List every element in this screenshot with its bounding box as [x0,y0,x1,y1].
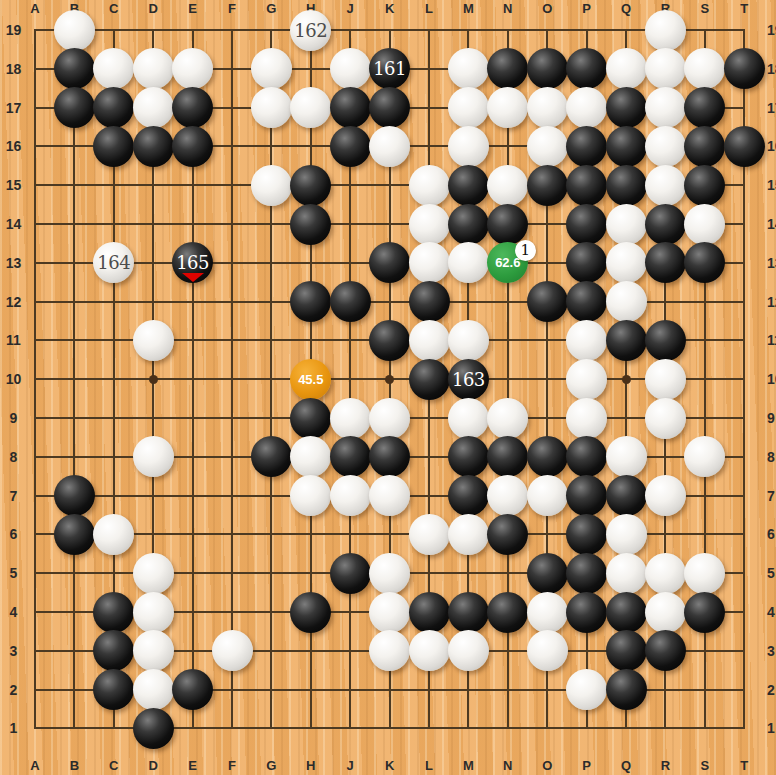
coord-label-top: J [340,1,360,16]
move-number-label: 161 [373,58,406,79]
coord-label-right: 4 [767,604,776,620]
coord-label-top: E [183,1,203,16]
stone-black[interactable] [566,592,607,633]
coord-label-bottom: S [695,758,715,773]
stone-black[interactable] [566,281,607,322]
stone-black[interactable] [290,204,331,245]
stone-white[interactable] [645,592,686,633]
stone-black[interactable] [369,436,410,477]
stone-black[interactable] [527,281,568,322]
stone-white[interactable] [290,87,331,128]
coord-label-right: 11 [767,332,776,348]
stone-black[interactable] [54,475,95,516]
stone-white[interactable] [448,87,489,128]
stone-black[interactable] [527,48,568,89]
coord-label-right: 2 [767,682,776,698]
stone-black[interactable] [566,126,607,167]
stone-white[interactable] [566,359,607,400]
stone-black[interactable] [487,592,528,633]
stone-black[interactable] [566,48,607,89]
coord-label-bottom: A [25,758,45,773]
stone-black[interactable] [606,592,647,633]
coord-label-right: 1 [767,720,776,736]
stone-black[interactable] [606,320,647,361]
stone-black[interactable] [606,165,647,206]
coord-label-right: 18 [767,61,776,77]
coord-label-top: G [261,1,281,16]
coord-label-left: 13 [0,255,27,271]
stone-black[interactable] [448,165,489,206]
coord-label-bottom: K [380,758,400,773]
stone-white[interactable] [133,592,174,633]
coord-label-bottom: E [183,758,203,773]
coord-label-right: 16 [767,138,776,154]
coord-label-left: 16 [0,138,27,154]
stone-white[interactable] [606,436,647,477]
stone-black[interactable] [93,669,134,710]
coord-label-left: 6 [0,526,27,542]
stone-black[interactable] [724,126,765,167]
stone-black[interactable] [487,48,528,89]
stone-white[interactable] [448,398,489,439]
coord-label-left: 4 [0,604,27,620]
stone-black[interactable] [527,553,568,594]
star-point [385,375,394,384]
coord-label-left: 11 [0,332,27,348]
stone-white[interactable] [133,436,174,477]
stone-black[interactable] [330,87,371,128]
coord-label-right: 8 [767,449,776,465]
stone-black[interactable] [133,708,174,749]
stone-white[interactable] [369,592,410,633]
stone-black[interactable] [93,592,134,633]
coord-label-left: 8 [0,449,27,465]
stone-white[interactable] [527,630,568,671]
stone-white[interactable] [133,553,174,594]
candidate-rank-badge: 1 [515,240,536,261]
stone-white[interactable] [645,10,686,51]
stone-white[interactable] [409,242,450,283]
coord-label-left: 18 [0,61,27,77]
stone-black[interactable] [54,48,95,89]
stone-white[interactable] [645,398,686,439]
coord-label-left: 10 [0,371,27,387]
stone-black[interactable] [369,242,410,283]
stone-white[interactable] [448,630,489,671]
stone-white[interactable] [645,48,686,89]
move-number-label: 165 [176,252,209,273]
stone-white[interactable] [369,475,410,516]
stone-white[interactable] [212,630,253,671]
stone-black[interactable] [566,475,607,516]
stone-black[interactable] [54,514,95,555]
move-number-label: 162 [294,20,327,41]
stone-white[interactable] [448,320,489,361]
stone-black[interactable] [566,436,607,477]
stone-white[interactable] [330,48,371,89]
coord-label-bottom: F [222,758,242,773]
stone-white[interactable] [606,48,647,89]
stone-black[interactable] [251,436,292,477]
coord-label-right: 10 [767,371,776,387]
coord-label-right: 3 [767,643,776,659]
go-board[interactable]: AABBCCDDEEFFGGHHJJKKLLMMNNOOPPQQRRSSTT19… [0,0,776,775]
stone-white[interactable] [290,436,331,477]
stone-black[interactable] [409,281,450,322]
coord-label-bottom: C [104,758,124,773]
stone-black[interactable] [172,87,213,128]
coord-label-left: 17 [0,100,27,116]
stone-black[interactable] [290,165,331,206]
stone-white[interactable] [133,320,174,361]
coord-label-top: M [458,1,478,16]
stone-white[interactable] [251,48,292,89]
coord-label-right: 7 [767,488,776,504]
winrate-value: 45.5 [298,372,323,387]
stone-black[interactable] [369,320,410,361]
stone-black[interactable] [606,126,647,167]
coord-label-left: 19 [0,22,27,38]
star-point [149,375,158,384]
stone-white[interactable] [172,48,213,89]
coord-label-bottom: M [458,758,478,773]
stone-white[interactable] [448,48,489,89]
stone-white[interactable] [409,204,450,245]
coord-label-top: A [25,1,45,16]
stone-white[interactable] [645,553,686,594]
coord-label-top: Q [616,1,636,16]
stone-black[interactable] [645,204,686,245]
stone-black[interactable] [448,475,489,516]
stone-black[interactable] [566,553,607,594]
stone-black[interactable] [93,87,134,128]
stone-white[interactable] [527,592,568,633]
stone-white[interactable] [369,630,410,671]
move-number-label: 163 [452,369,485,390]
stone-white[interactable] [566,669,607,710]
stone-black[interactable] [566,514,607,555]
stone-black[interactable] [409,359,450,400]
stone-black[interactable] [684,242,725,283]
stone-white[interactable] [566,87,607,128]
coord-label-bottom: N [498,758,518,773]
stone-white[interactable] [645,475,686,516]
stone-black[interactable] [487,204,528,245]
stone-black[interactable] [369,87,410,128]
stone-black[interactable] [645,630,686,671]
stone-black[interactable] [330,126,371,167]
stone-white[interactable] [487,87,528,128]
coord-label-top: K [380,1,400,16]
coord-label-right: 5 [767,565,776,581]
stone-white[interactable] [290,475,331,516]
stone-black[interactable] [133,126,174,167]
stone-black[interactable] [684,126,725,167]
stone-white[interactable] [54,10,95,51]
coord-label-left: 3 [0,643,27,659]
stone-black[interactable] [172,126,213,167]
stone-black[interactable] [645,242,686,283]
stone-black[interactable] [448,204,489,245]
coord-label-bottom: B [64,758,84,773]
stone-white[interactable] [409,514,450,555]
stone-white[interactable] [93,514,134,555]
move-number-label: 164 [97,252,130,273]
stone-black[interactable] [290,592,331,633]
stone-black[interactable] [566,204,607,245]
stone-black[interactable] [684,87,725,128]
stone-white[interactable] [566,320,607,361]
coord-label-top: P [577,1,597,16]
stone-black[interactable] [93,630,134,671]
star-point [622,375,631,384]
coord-label-left: 5 [0,565,27,581]
coord-label-top: F [222,1,242,16]
stone-black[interactable] [54,87,95,128]
coord-label-top: L [419,1,439,16]
coord-label-bottom: G [261,758,281,773]
coord-label-bottom: R [655,758,675,773]
stone-black[interactable] [566,242,607,283]
stone-black[interactable] [409,592,450,633]
coord-label-top: S [695,1,715,16]
stone-white[interactable] [369,553,410,594]
stone-orange[interactable]: 45.5 [290,359,331,400]
coord-label-left: 14 [0,216,27,232]
stone-black[interactable] [684,592,725,633]
coord-label-bottom: P [577,758,597,773]
stone-black[interactable] [606,630,647,671]
stone-white[interactable] [133,87,174,128]
stone-white[interactable] [487,398,528,439]
stone-white[interactable]: 162 [290,10,331,51]
stone-white[interactable] [527,87,568,128]
stone-black[interactable] [290,398,331,439]
coord-label-right: 14 [767,216,776,232]
coord-label-right: 9 [767,410,776,426]
coord-label-bottom: T [734,758,754,773]
stone-white[interactable] [409,320,450,361]
stone-white[interactable] [645,165,686,206]
stone-black[interactable] [606,475,647,516]
stone-black[interactable] [527,436,568,477]
stone-black[interactable] [330,281,371,322]
coord-label-left: 12 [0,294,27,310]
stone-white[interactable] [684,48,725,89]
stone-white[interactable] [606,204,647,245]
stone-white[interactable] [527,475,568,516]
coord-label-bottom: D [143,758,163,773]
stone-black[interactable] [290,281,331,322]
stone-black[interactable] [527,165,568,206]
stone-white[interactable] [330,475,371,516]
stone-white[interactable] [133,669,174,710]
coord-label-bottom: H [301,758,321,773]
coord-label-top: T [734,1,754,16]
stone-white[interactable] [684,553,725,594]
stone-black[interactable] [566,165,607,206]
coord-label-right: 15 [767,177,776,193]
stone-white[interactable] [606,281,647,322]
stone-black[interactable] [606,669,647,710]
stone-black[interactable]: 163 [448,359,489,400]
stone-white[interactable] [369,398,410,439]
coord-label-right: 6 [767,526,776,542]
stone-white[interactable] [369,126,410,167]
stone-white[interactable] [487,475,528,516]
stone-white[interactable]: 164 [93,242,134,283]
coord-label-bottom: J [340,758,360,773]
coord-label-left: 7 [0,488,27,504]
coord-label-top: C [104,1,124,16]
stone-black[interactable] [448,592,489,633]
stone-white[interactable] [645,87,686,128]
stone-white[interactable] [409,165,450,206]
coord-label-right: 19 [767,22,776,38]
stone-white[interactable] [330,398,371,439]
grid-line-horizontal [34,29,745,31]
stone-black[interactable]: 161 [369,48,410,89]
stone-black[interactable] [606,87,647,128]
stone-black[interactable] [330,436,371,477]
stone-white[interactable] [527,126,568,167]
coord-label-top: O [537,1,557,16]
stone-white[interactable] [606,514,647,555]
coord-label-top: D [143,1,163,16]
coord-label-left: 9 [0,410,27,426]
stone-white[interactable] [448,126,489,167]
coord-label-top: N [498,1,518,16]
stone-black[interactable] [330,553,371,594]
stone-white[interactable] [251,165,292,206]
stone-white[interactable] [487,165,528,206]
stone-black[interactable] [724,48,765,89]
stone-white[interactable] [606,242,647,283]
stone-white[interactable] [684,204,725,245]
stone-black[interactable] [487,514,528,555]
stone-black[interactable] [448,436,489,477]
stone-white[interactable] [645,359,686,400]
stone-white[interactable] [133,630,174,671]
coord-label-bottom: Q [616,758,636,773]
coord-label-left: 2 [0,682,27,698]
coord-label-left: 15 [0,177,27,193]
winrate-value: 62.6 [495,255,520,270]
stone-white[interactable] [566,398,607,439]
stone-white[interactable] [133,48,174,89]
coord-label-right: 17 [767,100,776,116]
stone-black[interactable] [645,320,686,361]
stone-white[interactable] [606,553,647,594]
coord-label-bottom: L [419,758,439,773]
stone-white[interactable] [684,436,725,477]
stone-white[interactable] [448,242,489,283]
stone-black[interactable] [487,436,528,477]
stone-black[interactable] [172,669,213,710]
stone-black[interactable] [684,165,725,206]
coord-label-right: 12 [767,294,776,310]
stone-white[interactable] [251,87,292,128]
stone-black[interactable] [93,126,134,167]
coord-label-left: 1 [0,720,27,736]
stone-white[interactable] [645,126,686,167]
coord-label-bottom: O [537,758,557,773]
stone-white[interactable] [93,48,134,89]
last-move-red-triangle-marker [182,273,204,282]
stone-white[interactable] [409,630,450,671]
coord-label-right: 13 [767,255,776,271]
stone-white[interactable] [448,514,489,555]
